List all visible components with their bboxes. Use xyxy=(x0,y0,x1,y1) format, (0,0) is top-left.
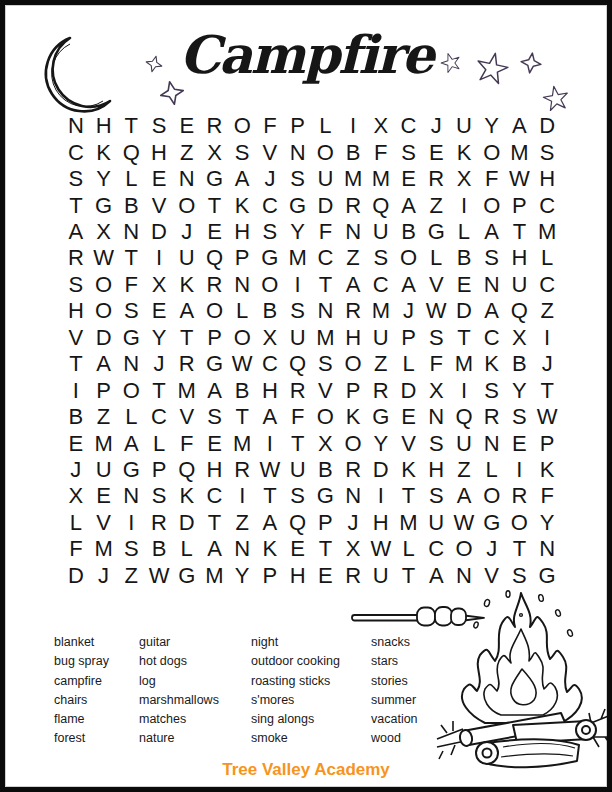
grid-cell: U xyxy=(506,272,534,298)
grid-cell: W xyxy=(145,563,173,589)
grid-cell: F xyxy=(422,351,450,377)
word-list-item: guitar xyxy=(139,633,219,652)
grid-cell: D xyxy=(311,192,339,218)
word-list-item: vacation xyxy=(371,710,418,729)
grid-cell: O xyxy=(311,404,339,430)
grid-cell: S xyxy=(422,430,450,456)
grid-cell: L xyxy=(117,404,145,430)
grid-cell: I xyxy=(117,510,145,536)
grid-cell: L xyxy=(117,166,145,192)
word-list-column: snacksstarsstoriessummervacationwood xyxy=(371,633,418,749)
grid-cell: A xyxy=(478,298,506,324)
grid-cell: I xyxy=(228,483,256,509)
grid-cell: C xyxy=(478,325,506,351)
grid-cell: N xyxy=(117,483,145,509)
grid-cell: N xyxy=(284,139,312,165)
grid-cell: M xyxy=(367,166,395,192)
grid-cell: L xyxy=(450,219,478,245)
grid-cell: D xyxy=(395,377,423,403)
grid-cell: X xyxy=(367,113,395,139)
grid-cell: W xyxy=(228,351,256,377)
grid-cell: E xyxy=(506,430,534,456)
grid-cell: B xyxy=(339,139,367,165)
grid-cell: U xyxy=(284,325,312,351)
grid-cell: H xyxy=(145,139,173,165)
grid-cell: R xyxy=(201,113,229,139)
grid-cell: S xyxy=(395,139,423,165)
right-stars-decoration xyxy=(433,45,575,117)
grid-cell: A xyxy=(395,272,423,298)
grid-cell: X xyxy=(422,377,450,403)
grid-cell: A xyxy=(256,510,284,536)
grid-cell: C xyxy=(311,245,339,271)
grid-cell: F xyxy=(284,404,312,430)
grid-cell: M xyxy=(90,430,118,456)
grid-cell: C xyxy=(256,192,284,218)
grid-cell: O xyxy=(478,139,506,165)
grid-cell: Y xyxy=(284,219,312,245)
grid-cell: G xyxy=(422,219,450,245)
grid-cell: C xyxy=(533,272,561,298)
word-list-item: stories xyxy=(371,672,418,691)
grid-cell: D xyxy=(367,457,395,483)
grid-cell: N xyxy=(478,272,506,298)
grid-cell: G xyxy=(256,245,284,271)
grid-cell: V xyxy=(422,272,450,298)
grid-cell: B xyxy=(228,377,256,403)
grid-cell: C xyxy=(256,351,284,377)
grid-cell: D xyxy=(62,563,90,589)
grid-cell: Z xyxy=(367,351,395,377)
grid-cell: N xyxy=(339,219,367,245)
grid-cell: E xyxy=(173,113,201,139)
grid-cell: T xyxy=(201,510,229,536)
grid-cell: F xyxy=(62,536,90,562)
grid-cell: G xyxy=(117,325,145,351)
grid-cell: X xyxy=(339,536,367,562)
grid-cell: F xyxy=(173,430,201,456)
grid-cell: M xyxy=(284,245,312,271)
grid-cell: M xyxy=(228,430,256,456)
grid-cell: E xyxy=(201,430,229,456)
grid-cell: R xyxy=(339,298,367,324)
grid-cell: Q xyxy=(201,245,229,271)
grid-cell: V xyxy=(478,563,506,589)
word-list-item: roasting sticks xyxy=(251,672,340,691)
grid-cell: X xyxy=(201,139,229,165)
grid-cell: A xyxy=(173,298,201,324)
grid-cell: H xyxy=(228,219,256,245)
grid-cell: M xyxy=(201,563,229,589)
grid-cell: L xyxy=(62,510,90,536)
grid-cell: L xyxy=(145,430,173,456)
grid-cell: H xyxy=(201,457,229,483)
grid-cell: J xyxy=(339,510,367,536)
grid-cell: T xyxy=(506,219,534,245)
grid-cell: H xyxy=(62,298,90,324)
grid-cell: T xyxy=(62,192,90,218)
grid-cell: R xyxy=(422,166,450,192)
star-icon xyxy=(474,50,510,85)
grid-cell: V xyxy=(145,192,173,218)
grid-cell: O xyxy=(228,325,256,351)
grid-cell: T xyxy=(62,351,90,377)
word-list-item: hot dogs xyxy=(139,652,219,671)
grid-cell: T xyxy=(311,272,339,298)
grid-cell: V xyxy=(173,404,201,430)
grid-cell: H xyxy=(90,113,118,139)
grid-cell: G xyxy=(533,563,561,589)
grid-cell: T xyxy=(284,430,312,456)
grid-cell: K xyxy=(173,483,201,509)
grid-cell: M xyxy=(90,536,118,562)
grid-cell: U xyxy=(284,457,312,483)
sparkle-star-icon xyxy=(520,52,543,75)
word-list-item: snacks xyxy=(371,633,418,652)
grid-cell: C xyxy=(422,536,450,562)
grid-cell: F xyxy=(367,139,395,165)
grid-cell: Z xyxy=(228,510,256,536)
grid-cell: S xyxy=(228,139,256,165)
grid-cell: A xyxy=(117,430,145,456)
grid-cell: A xyxy=(422,563,450,589)
grid-cell: S xyxy=(284,166,312,192)
grid-cell: D xyxy=(173,510,201,536)
grid-cell: J xyxy=(173,219,201,245)
grid-cell: X xyxy=(62,483,90,509)
grid-cell: Q xyxy=(506,298,534,324)
grid-cell: M xyxy=(311,325,339,351)
word-list-column: blanketbug spraycampfirechairsflamefores… xyxy=(54,633,109,749)
grid-cell: E xyxy=(422,139,450,165)
grid-cell: O xyxy=(450,536,478,562)
grid-cell: S xyxy=(506,404,534,430)
grid-cell: O xyxy=(228,113,256,139)
grid-cell: B xyxy=(62,404,90,430)
grid-cell: Y xyxy=(533,510,561,536)
footer-credit: Tree Valley Academy xyxy=(5,760,607,780)
grid-cell: Z xyxy=(117,563,145,589)
grid-cell: P xyxy=(228,245,256,271)
grid-cell: R xyxy=(284,377,312,403)
grid-cell: A xyxy=(62,219,90,245)
grid-cell: Y xyxy=(145,325,173,351)
grid-cell: H xyxy=(256,377,284,403)
grid-cell: O xyxy=(478,192,506,218)
grid-cell: B xyxy=(311,457,339,483)
grid-cell: S xyxy=(201,404,229,430)
grid-cell: T xyxy=(117,245,145,271)
word-list-item: blanket xyxy=(54,633,109,652)
grid-cell: M xyxy=(395,510,423,536)
word-list-item: smoke xyxy=(251,729,340,748)
grid-cell: N xyxy=(62,113,90,139)
grid-cell: O xyxy=(478,483,506,509)
grid-cell: C xyxy=(395,113,423,139)
grid-cell: G xyxy=(311,483,339,509)
grid-cell: R xyxy=(367,377,395,403)
grid-cell: N xyxy=(228,536,256,562)
grid-cell: V xyxy=(256,139,284,165)
grid-cell: K xyxy=(339,404,367,430)
grid-cell: O xyxy=(506,510,534,536)
word-list-item: log xyxy=(139,672,219,691)
campfire-icon xyxy=(429,587,612,773)
grid-cell: T xyxy=(395,483,423,509)
star-icon xyxy=(439,51,462,74)
grid-cell: Y xyxy=(90,166,118,192)
grid-cell: X xyxy=(450,166,478,192)
grid-cell: Q xyxy=(450,404,478,430)
grid-cell: H xyxy=(506,245,534,271)
grid-cell: P xyxy=(256,563,284,589)
grid-cell: T xyxy=(256,483,284,509)
grid-cell: P xyxy=(201,325,229,351)
grid-cell: G xyxy=(201,166,229,192)
grid-cell: P xyxy=(533,430,561,456)
grid-cell: M xyxy=(533,219,561,245)
grid-cell: R xyxy=(145,510,173,536)
grid-cell: I xyxy=(450,192,478,218)
grid-cell: O xyxy=(311,139,339,165)
grid-cell: S xyxy=(62,166,90,192)
grid-cell: X xyxy=(145,272,173,298)
grid-cell: R xyxy=(173,351,201,377)
word-list-item: forest xyxy=(54,729,109,748)
grid-cell: Z xyxy=(173,139,201,165)
grid-cell: S xyxy=(284,298,312,324)
grid-cell: K xyxy=(173,272,201,298)
grid-cell: U xyxy=(367,563,395,589)
grid-cell: W xyxy=(533,404,561,430)
grid-cell: H xyxy=(533,166,561,192)
grid-cell: V xyxy=(395,430,423,456)
grid-cell: D xyxy=(90,325,118,351)
grid-cell: E xyxy=(395,166,423,192)
grid-cell: L xyxy=(173,536,201,562)
grid-cell: B xyxy=(506,351,534,377)
grid-cell: J xyxy=(533,351,561,377)
grid-cell: W xyxy=(367,536,395,562)
grid-cell: U xyxy=(367,219,395,245)
grid-cell: X xyxy=(90,219,118,245)
grid-cell: N xyxy=(117,351,145,377)
grid-cell: O xyxy=(90,272,118,298)
grid-cell: T xyxy=(228,404,256,430)
grid-cell: O xyxy=(339,430,367,456)
grid-cell: S xyxy=(256,219,284,245)
word-list-item: wood xyxy=(371,729,418,748)
grid-cell: N xyxy=(450,563,478,589)
grid-cell: B xyxy=(450,245,478,271)
grid-cell: E xyxy=(90,483,118,509)
word-list-item: night xyxy=(251,633,340,652)
grid-cell: N xyxy=(478,430,506,456)
grid-cell: P xyxy=(506,192,534,218)
grid-cell: B xyxy=(117,192,145,218)
grid-cell: R xyxy=(339,563,367,589)
word-list-item: nature xyxy=(139,729,219,748)
grid-cell: N xyxy=(311,298,339,324)
grid-cell: U xyxy=(450,430,478,456)
grid-cell: C xyxy=(62,139,90,165)
grid-cell: D xyxy=(533,113,561,139)
grid-cell: S xyxy=(422,325,450,351)
grid-cell: J xyxy=(478,536,506,562)
grid-cell: H xyxy=(367,510,395,536)
grid-cell: Z xyxy=(533,298,561,324)
grid-cell: Q xyxy=(284,351,312,377)
grid-cell: T xyxy=(506,536,534,562)
grid-cell: T xyxy=(145,377,173,403)
grid-cell: A xyxy=(256,404,284,430)
grid-cell: L xyxy=(533,245,561,271)
grid-cell: U xyxy=(422,510,450,536)
grid-cell: I xyxy=(450,377,478,403)
grid-cell: J xyxy=(90,563,118,589)
grid-cell: R xyxy=(228,457,256,483)
grid-cell: R xyxy=(478,404,506,430)
grid-cell: J xyxy=(395,298,423,324)
word-list-item: s'mores xyxy=(251,691,340,710)
grid-cell: N xyxy=(339,483,367,509)
word-list-column: nightoutdoor cookingroasting stickss'mor… xyxy=(251,633,340,749)
grid-cell: A xyxy=(395,192,423,218)
grid-cell: Y xyxy=(506,377,534,403)
grid-cell: S xyxy=(284,483,312,509)
sparkle-star-icon xyxy=(158,79,185,106)
grid-cell: K xyxy=(228,192,256,218)
grid-cell: F xyxy=(533,483,561,509)
word-list-column: guitarhot dogslogmarshmallowsmatchesnatu… xyxy=(139,633,219,749)
grid-cell: K xyxy=(90,139,118,165)
grid-cell: S xyxy=(533,139,561,165)
grid-cell: N xyxy=(533,536,561,562)
grid-cell: R xyxy=(62,245,90,271)
grid-cell: I xyxy=(284,272,312,298)
word-list-item: bug spray xyxy=(54,652,109,671)
grid-cell: Q xyxy=(173,457,201,483)
grid-cell: V xyxy=(90,510,118,536)
grid-cell: T xyxy=(533,377,561,403)
grid-cell: S xyxy=(117,536,145,562)
grid-cell: R xyxy=(506,483,534,509)
grid-cell: M xyxy=(173,377,201,403)
grid-cell: F xyxy=(478,166,506,192)
grid-cell: B xyxy=(145,536,173,562)
grid-cell: P xyxy=(311,510,339,536)
grid-cell: L xyxy=(311,113,339,139)
grid-cell: Q xyxy=(284,510,312,536)
grid-cell: P xyxy=(284,113,312,139)
grid-cell: P xyxy=(90,377,118,403)
grid-cell: F xyxy=(256,113,284,139)
grid-cell: Z xyxy=(90,404,118,430)
grid-cell: I xyxy=(256,430,284,456)
grid-cell: C xyxy=(367,272,395,298)
grid-cell: L xyxy=(228,298,256,324)
grid-cell: O xyxy=(90,298,118,324)
grid-cell: H xyxy=(422,457,450,483)
grid-cell: G xyxy=(90,192,118,218)
grid-cell: G xyxy=(367,404,395,430)
grid-cell: M xyxy=(506,139,534,165)
grid-cell: H xyxy=(339,325,367,351)
grid-cell: L xyxy=(478,457,506,483)
grid-cell: S xyxy=(367,245,395,271)
left-stars-decoration xyxy=(143,53,191,111)
grid-cell: G xyxy=(117,457,145,483)
grid-cell: I xyxy=(339,113,367,139)
grid-cell: O xyxy=(256,272,284,298)
grid-cell: J xyxy=(422,113,450,139)
grid-cell: W xyxy=(422,298,450,324)
grid-cell: L xyxy=(395,536,423,562)
word-list-item: sing alongs xyxy=(251,710,340,729)
grid-cell: C xyxy=(145,404,173,430)
grid-cell: V xyxy=(62,325,90,351)
grid-cell: B xyxy=(395,219,423,245)
grid-cell: U xyxy=(311,166,339,192)
grid-cell: G xyxy=(173,563,201,589)
grid-cell: Q xyxy=(117,139,145,165)
grid-cell: S xyxy=(62,272,90,298)
grid-cell: N xyxy=(422,404,450,430)
grid-cell: G xyxy=(478,510,506,536)
grid-cell: O xyxy=(117,377,145,403)
grid-cell: Z xyxy=(450,457,478,483)
grid-cell: M xyxy=(367,298,395,324)
grid-cell: Y xyxy=(367,430,395,456)
grid-cell: J xyxy=(145,351,173,377)
grid-cell: T xyxy=(395,563,423,589)
grid-cell: Z xyxy=(339,245,367,271)
grid-cell: S xyxy=(145,113,173,139)
grid-cell: A xyxy=(228,166,256,192)
word-list-item: outdoor cooking xyxy=(251,652,340,671)
grid-cell: J xyxy=(62,457,90,483)
grid-cell: R xyxy=(339,192,367,218)
grid-cell: Y xyxy=(228,563,256,589)
word-list-item: stars xyxy=(371,652,418,671)
grid-cell: B xyxy=(256,298,284,324)
grid-cell: Z xyxy=(422,192,450,218)
grid-cell: E xyxy=(145,166,173,192)
grid-cell: S xyxy=(506,563,534,589)
grid-cell: G xyxy=(201,351,229,377)
sparkle-star-icon xyxy=(144,54,164,74)
grid-cell: A xyxy=(506,113,534,139)
grid-cell: W xyxy=(450,510,478,536)
grid-cell: M xyxy=(450,351,478,377)
grid-cell: T xyxy=(117,113,145,139)
grid-cell: I xyxy=(506,457,534,483)
word-list-item: campfire xyxy=(54,672,109,691)
grid-cell: X xyxy=(506,325,534,351)
grid-cell: A xyxy=(450,483,478,509)
grid-cell: E xyxy=(450,272,478,298)
grid-cell: N xyxy=(117,219,145,245)
grid-cell: U xyxy=(450,113,478,139)
grid-cell: O xyxy=(339,351,367,377)
grid-cell: C xyxy=(533,192,561,218)
grid-cell: E xyxy=(284,536,312,562)
grid-cell: A xyxy=(90,351,118,377)
grid-cell: K xyxy=(450,139,478,165)
grid-cell: H xyxy=(284,563,312,589)
grid-cell: O xyxy=(173,192,201,218)
grid-cell: S xyxy=(422,483,450,509)
